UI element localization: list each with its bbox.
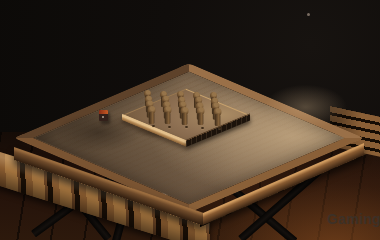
peg[interactable] [163,106,172,124]
peg-body [164,112,170,124]
peg-hole[interactable] [152,125,155,127]
peg-body [214,114,220,126]
peg-body [148,111,154,123]
watermark-text: Gaming [327,211,380,227]
photo-scene: Gaming [0,0,380,240]
die-pip [102,116,104,118]
peg[interactable] [196,107,205,125]
wall-speck [307,13,310,16]
peg-body [181,112,187,124]
die[interactable] [99,110,108,121]
peg[interactable] [212,108,221,126]
peg-hole[interactable] [168,126,171,128]
peg-body [197,113,203,125]
peg[interactable] [179,107,188,125]
peg[interactable] [146,106,155,124]
die-top-face [99,110,108,114]
